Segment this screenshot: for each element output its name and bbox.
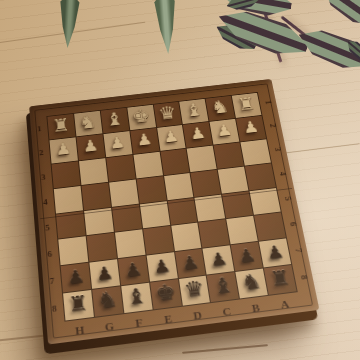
square-b6[interactable] <box>227 216 258 244</box>
square-e8[interactable]: ♚ <box>150 279 181 309</box>
piece-white-pawn[interactable]: ♟ <box>55 141 72 158</box>
square-b7[interactable]: ♟ <box>231 242 263 271</box>
square-b4[interactable] <box>218 166 248 193</box>
square-c1[interactable]: ♝ <box>180 99 209 124</box>
table-grain-line <box>182 344 268 353</box>
piece-white-pawn[interactable]: ♟ <box>109 135 126 152</box>
piece-white-pawn[interactable]: ♟ <box>136 131 154 148</box>
square-e5[interactable] <box>140 201 170 229</box>
plant-leaf <box>212 19 259 56</box>
square-h5[interactable] <box>56 211 85 239</box>
coordinate-label: B <box>240 296 273 320</box>
square-b3[interactable] <box>214 142 244 168</box>
square-f3[interactable] <box>106 155 135 182</box>
coordinate-label: D <box>182 303 214 327</box>
piece-black-rook[interactable]: ♜ <box>67 293 89 316</box>
square-c2[interactable]: ♟ <box>183 122 212 148</box>
square-b2[interactable]: ♟ <box>210 119 240 145</box>
coordinate-label: G <box>94 314 126 338</box>
square-d8[interactable]: ♛ <box>179 276 211 306</box>
square-d1[interactable]: ♛ <box>153 102 182 127</box>
square-b5[interactable] <box>222 191 253 219</box>
coordinate-label: H <box>65 318 97 342</box>
square-c7[interactable]: ♟ <box>203 246 235 275</box>
square-f2[interactable]: ♟ <box>103 131 132 157</box>
piece-black-pawn[interactable]: ♟ <box>152 256 171 275</box>
coordinate-label: 7 <box>283 241 314 261</box>
square-e7[interactable]: ♟ <box>146 252 177 281</box>
piece-white-queen[interactable]: ♛ <box>157 104 177 123</box>
square-d3[interactable] <box>160 148 190 174</box>
square-h4[interactable] <box>54 186 83 213</box>
square-e1[interactable]: ♚ <box>127 105 156 130</box>
square-c3[interactable] <box>187 145 217 171</box>
square-d5[interactable] <box>167 197 197 225</box>
piece-white-pawn[interactable]: ♟ <box>82 138 99 155</box>
plant-leaf <box>343 36 360 66</box>
plant-stem <box>257 0 283 63</box>
coordinate-label: 7 <box>42 266 62 296</box>
square-f6[interactable] <box>115 230 145 259</box>
piece-black-pawn[interactable]: ♟ <box>66 267 84 287</box>
coordinate-label: 1 <box>254 94 283 111</box>
square-h8[interactable]: ♜ <box>63 290 94 320</box>
piece-white-pawn[interactable]: ♟ <box>242 119 260 136</box>
piece-black-pawn[interactable]: ♟ <box>237 246 256 265</box>
square-e3[interactable] <box>133 152 162 179</box>
square-h1[interactable]: ♜ <box>47 114 75 140</box>
piece-black-bishop[interactable]: ♝ <box>212 275 235 298</box>
plant-leaf <box>218 0 294 20</box>
piece-black-pawn[interactable]: ♟ <box>95 263 114 283</box>
square-g3[interactable] <box>79 158 108 185</box>
square-h3[interactable] <box>52 161 81 188</box>
piece-black-knight[interactable]: ♞ <box>96 289 118 312</box>
plant-leaf <box>213 1 313 64</box>
piece-black-pawn[interactable]: ♟ <box>181 253 200 272</box>
coordinate-label: 8 <box>44 294 64 324</box>
square-f5[interactable] <box>112 204 142 232</box>
plant-leaf <box>316 0 360 34</box>
piece-black-pawn[interactable]: ♟ <box>209 249 228 268</box>
square-g5[interactable] <box>84 207 114 235</box>
piece-white-bishop[interactable]: ♝ <box>184 101 205 120</box>
piece-white-knight[interactable]: ♞ <box>210 98 231 117</box>
coordinate-label: A <box>269 292 302 316</box>
square-h2[interactable]: ♟ <box>49 137 77 163</box>
square-b8[interactable]: ♞ <box>236 269 268 299</box>
square-h7[interactable]: ♟ <box>61 263 91 293</box>
coordinate-label: 2 <box>258 117 287 134</box>
coordinate-label: 6 <box>40 240 60 269</box>
coordinate-label: 4 <box>36 188 55 215</box>
square-g2[interactable]: ♟ <box>76 134 105 160</box>
square-h6[interactable] <box>58 237 88 266</box>
coordinate-label: 5 <box>38 214 57 242</box>
coordinate-label: 3 <box>34 164 53 191</box>
square-b1[interactable]: ♞ <box>206 96 235 121</box>
table-grain-line <box>0 22 145 44</box>
piece-white-pawn[interactable]: ♟ <box>162 128 180 145</box>
piece-black-bishop[interactable]: ♝ <box>125 285 147 308</box>
square-g7[interactable]: ♟ <box>89 259 120 289</box>
chess-board: 12345678 12345678 HGFEDCBA ♜♞♝♚♛♝♞♜♟♟♟♟♟… <box>29 79 319 345</box>
square-d6[interactable] <box>171 223 202 251</box>
square-g8[interactable]: ♞ <box>92 286 123 316</box>
plant-leaf <box>225 0 262 13</box>
coordinate-label: 5 <box>272 189 303 208</box>
board-frame: 12345678 12345678 HGFEDCBA ♜♞♝♚♛♝♞♜♟♟♟♟♟… <box>29 79 319 345</box>
square-c5[interactable] <box>195 194 226 222</box>
piece-black-pawn[interactable]: ♟ <box>265 243 285 262</box>
square-c4[interactable] <box>191 169 221 196</box>
coordinate-label: 4 <box>267 165 297 183</box>
piece-black-queen[interactable]: ♛ <box>183 278 206 301</box>
coordinate-label: F <box>123 310 155 334</box>
coordinate-label: 8 <box>288 267 320 287</box>
coordinate-label: 1 <box>30 116 48 141</box>
coordinate-label: 2 <box>32 140 51 166</box>
piece-white-rook[interactable]: ♜ <box>51 116 71 136</box>
piece-white-pawn[interactable]: ♟ <box>189 125 207 142</box>
piece-black-king[interactable]: ♚ <box>154 282 176 305</box>
coordinate-label: 3 <box>263 140 293 158</box>
piece-white-king[interactable]: ♚ <box>131 107 151 126</box>
piece-white-bishop[interactable]: ♝ <box>105 110 125 130</box>
square-c8[interactable]: ♝ <box>207 272 239 302</box>
square-f1[interactable]: ♝ <box>101 108 129 133</box>
square-g6[interactable] <box>87 233 117 262</box>
plant-leaf <box>293 21 360 77</box>
piece-white-knight[interactable]: ♞ <box>78 113 98 133</box>
square-g1[interactable]: ♞ <box>74 111 102 136</box>
square-d2[interactable]: ♟ <box>157 125 186 151</box>
square-e2[interactable]: ♟ <box>130 128 159 154</box>
square-f7[interactable]: ♟ <box>118 256 149 285</box>
piece-black-pawn[interactable]: ♟ <box>124 260 143 279</box>
square-e6[interactable] <box>143 226 174 255</box>
square-e4[interactable] <box>136 176 166 203</box>
square-d7[interactable]: ♟ <box>175 249 206 278</box>
piece-white-pawn[interactable]: ♟ <box>215 122 233 139</box>
plant-leaf <box>148 0 184 55</box>
plant-stem <box>281 16 327 53</box>
square-f4[interactable] <box>109 179 139 206</box>
coordinate-label: E <box>153 307 185 331</box>
coordinate-label: C <box>211 299 243 323</box>
plant-leaf <box>53 0 86 49</box>
square-c6[interactable] <box>199 220 230 248</box>
coordinate-label: 6 <box>277 215 308 234</box>
piece-black-knight[interactable]: ♞ <box>240 271 263 294</box>
square-g4[interactable] <box>81 182 110 209</box>
square-f8[interactable]: ♝ <box>121 283 152 313</box>
square-d4[interactable] <box>164 173 194 200</box>
